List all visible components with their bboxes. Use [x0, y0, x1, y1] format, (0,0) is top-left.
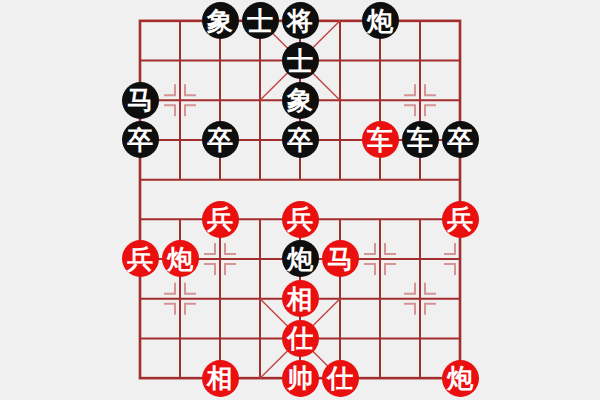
- piece-black-pawn-3[interactable]: 卒: [282, 121, 319, 158]
- xiangqi-app-screenshot: 象士将炮士马象卒卒卒车车卒兵兵兵兵炮炮马相仕相帅仕炮: [0, 0, 600, 400]
- xiangqi-board[interactable]: 象士将炮士马象卒卒卒车车卒兵兵兵兵炮炮马相仕相帅仕炮: [120, 1, 480, 398]
- piece-red-general[interactable]: 帅: [282, 360, 319, 397]
- piece-black-general[interactable]: 将: [282, 2, 319, 39]
- piece-red-advisor-2[interactable]: 仕: [322, 360, 359, 397]
- piece-black-elephant-1[interactable]: 象: [202, 2, 239, 39]
- piece-black-elephant-2[interactable]: 象: [282, 82, 319, 119]
- piece-red-pawn-3[interactable]: 兵: [442, 201, 479, 238]
- piece-black-cannon-2[interactable]: 炮: [282, 240, 319, 277]
- piece-black-pawn-4[interactable]: 卒: [442, 121, 479, 158]
- piece-black-pawn-2[interactable]: 卒: [202, 121, 239, 158]
- piece-black-advisor-1[interactable]: 士: [242, 2, 279, 39]
- piece-black-advisor-2[interactable]: 士: [282, 42, 319, 79]
- piece-red-pawn-4[interactable]: 兵: [122, 240, 159, 277]
- piece-red-pawn-1[interactable]: 兵: [202, 201, 239, 238]
- piece-red-chariot[interactable]: 车: [362, 121, 399, 158]
- piece-red-horse[interactable]: 马: [322, 240, 359, 277]
- piece-red-pawn-2[interactable]: 兵: [282, 201, 319, 238]
- piece-black-horse[interactable]: 马: [122, 82, 159, 119]
- piece-black-cannon-1[interactable]: 炮: [362, 2, 399, 39]
- piece-black-pawn-1[interactable]: 卒: [122, 121, 159, 158]
- piece-red-cannon-2[interactable]: 炮: [442, 360, 479, 397]
- piece-black-chariot[interactable]: 车: [402, 121, 439, 158]
- piece-red-elephant-2[interactable]: 相: [202, 360, 239, 397]
- piece-red-advisor-1[interactable]: 仕: [282, 320, 319, 357]
- piece-red-elephant-1[interactable]: 相: [282, 280, 319, 317]
- piece-red-cannon-1[interactable]: 炮: [162, 240, 199, 277]
- pieces-layer: 象士将炮士马象卒卒卒车车卒兵兵兵兵炮炮马相仕相帅仕炮: [120, 1, 480, 398]
